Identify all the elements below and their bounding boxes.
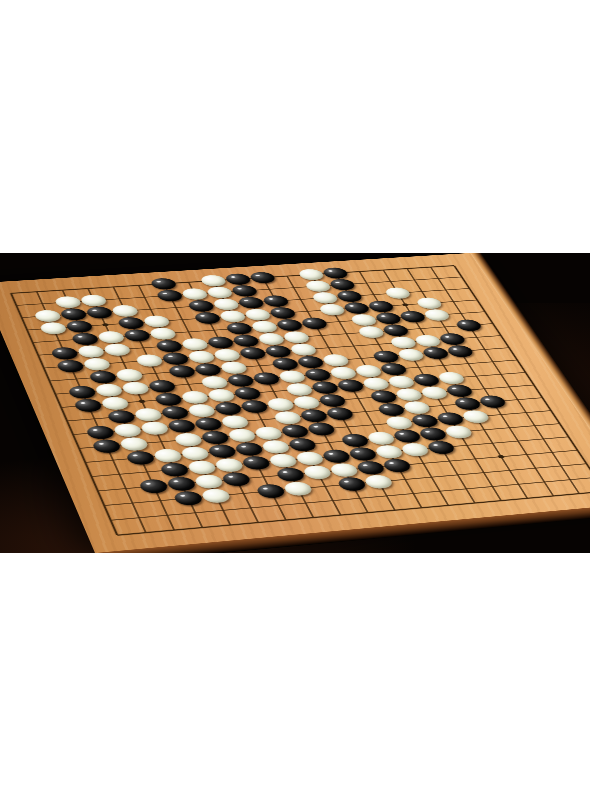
black-stone [268,307,298,320]
black-stone [166,419,197,434]
black-stone [50,347,80,361]
go-board [0,253,590,553]
white-stone [180,390,211,404]
black-stone [336,476,368,491]
black-stone [67,385,98,399]
black-stone [421,346,451,359]
white-stone [317,303,347,316]
black-stone [398,310,428,323]
black-stone [165,476,197,492]
black-stone [378,362,409,375]
white-stone [365,431,397,446]
white-stone [186,350,216,363]
white-stone [243,308,273,321]
white-stone [118,437,149,452]
black-stone [147,379,178,393]
white-stone [212,348,242,361]
black-stone [122,329,152,342]
white-stone [436,371,467,385]
black-stone [255,483,287,499]
black-stone [444,384,475,398]
white-stone [186,460,218,475]
black-stone [324,407,355,421]
black-stone [300,317,330,330]
black-stone [85,425,116,440]
black-stone [213,401,244,415]
black-stone [321,449,353,464]
white-stone [219,415,250,429]
black-stone [335,290,364,302]
white-stone [349,314,379,327]
black-stone [240,455,272,470]
white-stone [39,322,69,335]
white-stone [277,370,308,384]
black-stone [91,439,123,454]
white-stone [297,269,326,281]
white-stone [102,343,132,356]
black-stone [381,324,411,337]
white-stone [139,421,170,436]
white-stone [328,366,359,380]
black-stone [125,450,157,465]
white-stone [226,428,257,443]
black-stone [70,332,100,345]
white-stone [289,343,319,356]
white-stone [142,315,172,328]
white-stone [373,444,405,459]
black-stone [220,472,252,487]
black-stone [106,410,137,424]
white-stone [460,410,491,424]
black-stone [335,379,366,393]
white-stone [152,448,184,463]
white-stone [304,280,333,292]
black-stone [153,392,184,406]
black-stone [263,345,293,358]
white-stone [120,381,151,395]
black-stone [232,386,263,400]
black-stone [159,462,191,477]
black-stone [88,370,118,384]
white-stone [282,481,314,496]
white-stone [394,388,425,402]
white-stone [94,383,125,397]
white-stone [186,403,217,417]
white-stone [96,331,126,344]
white-stone [310,292,339,304]
white-stone [219,361,249,375]
black-stone [275,319,305,332]
white-stone [282,331,312,344]
white-stone [272,411,303,425]
white-stone [443,425,475,439]
black-stone [425,440,457,455]
page [0,0,590,808]
black-stone [303,368,334,382]
black-stone [296,355,326,368]
white-stone [384,416,415,430]
white-stone [193,474,225,489]
black-stone [237,296,266,309]
black-stone [366,300,396,313]
white-stone [386,375,417,389]
white-stone [180,288,209,301]
white-stone [419,386,450,400]
white-stone [33,309,62,322]
white-stone [422,309,452,322]
black-stone [154,339,184,352]
black-stone [116,317,146,330]
black-stone [279,424,310,439]
black-stone [251,372,282,386]
white-stone [199,275,228,287]
white-stone [401,401,432,415]
white-stone [267,453,299,468]
white-stone [199,375,230,389]
black-stone [445,345,475,358]
white-stone [179,446,211,461]
black-stone [321,267,350,279]
black-stone [231,334,261,347]
black-stone [355,460,387,475]
black-stone [238,347,268,360]
black-stone [310,381,341,395]
black-stone [233,442,265,457]
black-stone [477,395,508,409]
black-stone [225,374,256,388]
black-stone [193,363,223,377]
black-stone [239,399,270,413]
white-stone [173,432,204,447]
black-stone [65,320,95,333]
black-stone [187,300,216,313]
go-photo [0,253,590,553]
black-stone [371,350,401,363]
black-stone [206,336,236,349]
black-stone [270,357,300,371]
white-stone [383,287,412,299]
black-stone [193,417,224,432]
white-stone [114,368,144,382]
white-stone [253,426,284,441]
white-stone [206,388,237,402]
black-stone [138,478,170,494]
black-stone [172,490,204,506]
black-stone [73,398,104,412]
white-stone [415,297,444,309]
white-stone [79,294,108,307]
black-stone [275,467,307,482]
white-stone [321,354,351,367]
black-stone [374,312,404,325]
white-stone [356,326,386,339]
black-stone [225,322,255,335]
black-stone [149,278,178,290]
white-stone [134,354,164,368]
white-stone [218,310,248,323]
white-stone [200,488,232,504]
black-stone [381,458,413,473]
white-stone [205,286,234,298]
black-stone [417,427,449,441]
black-stone [376,403,407,417]
white-stone [112,423,143,438]
black-stone [328,278,357,290]
white-stone [260,439,292,454]
white-stone [353,364,384,378]
black-stone [85,306,114,319]
black-stone [160,405,191,419]
black-stone [454,319,484,332]
black-stone [347,447,379,462]
black-stone [452,397,483,411]
black-stone [339,433,371,448]
black-stone [437,333,467,346]
black-stone [193,312,223,325]
white-stone [212,298,241,311]
black-stone [59,308,88,321]
white-stone [213,458,245,473]
white-stone [53,296,82,309]
white-stone [256,332,286,345]
white-stone [301,465,333,480]
white-stone [82,357,112,371]
white-stone [388,336,418,349]
black-stone [411,373,442,387]
white-stone [294,451,326,466]
black-stone [55,359,85,373]
black-stone [368,390,399,404]
white-stone [133,407,164,421]
white-stone [328,462,360,477]
black-stone [391,429,423,444]
white-stone [110,304,139,317]
white-stone [265,397,296,411]
white-stone [76,345,106,359]
black-stone [317,394,348,408]
white-stone [396,348,426,361]
black-stone [287,437,319,452]
white-stone [361,377,392,391]
black-stone [206,444,238,459]
black-stone [230,285,259,297]
white-stone [399,442,431,457]
white-stone [180,338,210,351]
black-stone [409,414,440,428]
black-stone [306,422,337,436]
black-stone [342,302,372,315]
black-stone [261,295,290,308]
white-stone [250,320,280,333]
black-stone [298,409,329,423]
white-stone [413,334,443,347]
black-stone [248,272,277,284]
white-stone [284,383,315,397]
white-stone [148,327,178,340]
white-stone [363,474,395,489]
white-stone [291,395,322,409]
black-stone [155,289,184,302]
black-stone [200,430,231,445]
black-stone [435,412,466,426]
black-stone [160,352,190,366]
white-stone [100,396,131,410]
black-stone [167,365,197,379]
black-stone [224,273,253,285]
